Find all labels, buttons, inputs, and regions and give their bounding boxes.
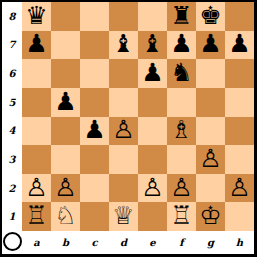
square-d8[interactable]	[109, 2, 138, 31]
piece-white-pawn: ♙	[199, 146, 221, 171]
square-f1[interactable]: ♖	[167, 202, 196, 231]
file-label-e: e	[138, 231, 167, 254]
square-d6[interactable]	[109, 59, 138, 88]
square-h5[interactable]	[225, 88, 254, 117]
piece-black-pawn: ♟	[170, 31, 192, 56]
file-labels: abcdefgh	[22, 231, 254, 254]
piece-white-knight: ♘	[54, 203, 76, 228]
square-c6[interactable]	[80, 59, 109, 88]
square-c8[interactable]	[80, 2, 109, 31]
square-c4[interactable]: ♟	[80, 117, 109, 146]
square-g5[interactable]	[196, 88, 225, 117]
square-b2[interactable]: ♙	[51, 174, 80, 203]
square-g6[interactable]	[196, 59, 225, 88]
square-c5[interactable]	[80, 88, 109, 117]
rank-label-7: 7	[2, 31, 22, 60]
rank-label-1: 1	[2, 202, 22, 231]
rank-label-6: 6	[2, 59, 22, 88]
board: ♛♜♚♟♝♝♟♟♟♟♞♟♟♙♗♙♙♙♙♙♙♖♘♕♖♔	[22, 2, 254, 231]
square-b8[interactable]	[51, 2, 80, 31]
file-label-a: a	[22, 231, 51, 254]
square-h6[interactable]	[225, 59, 254, 88]
square-f8[interactable]: ♜	[167, 2, 196, 31]
piece-white-rook: ♖	[170, 203, 192, 228]
file-label-h: h	[225, 231, 254, 254]
square-a6[interactable]	[22, 59, 51, 88]
square-f3[interactable]	[167, 145, 196, 174]
square-h7[interactable]: ♟	[225, 31, 254, 60]
square-e5[interactable]	[138, 88, 167, 117]
square-c1[interactable]	[80, 202, 109, 231]
rank-label-3: 3	[2, 145, 22, 174]
piece-black-pawn: ♟	[228, 31, 250, 56]
file-label-d: d	[109, 231, 138, 254]
square-b7[interactable]	[51, 31, 80, 60]
piece-black-rook: ♜	[170, 3, 192, 28]
square-h4[interactable]	[225, 117, 254, 146]
square-g4[interactable]	[196, 117, 225, 146]
piece-black-knight: ♞	[170, 60, 192, 85]
piece-white-pawn: ♙	[170, 175, 192, 200]
piece-black-king: ♚	[199, 3, 221, 28]
square-b4[interactable]	[51, 117, 80, 146]
white-to-move-indicator	[3, 232, 22, 251]
rank-labels: 87654321	[2, 2, 22, 231]
piece-black-pawn: ♟	[83, 117, 105, 142]
square-f2[interactable]: ♙	[167, 174, 196, 203]
square-a1[interactable]: ♖	[22, 202, 51, 231]
file-label-c: c	[80, 231, 109, 254]
piece-black-pawn: ♟	[199, 31, 221, 56]
square-a8[interactable]: ♛	[22, 2, 51, 31]
piece-black-pawn: ♟	[54, 89, 76, 114]
square-f7[interactable]: ♟	[167, 31, 196, 60]
square-h2[interactable]: ♙	[225, 174, 254, 203]
square-b3[interactable]	[51, 145, 80, 174]
piece-white-king: ♔	[199, 203, 221, 228]
square-g2[interactable]	[196, 174, 225, 203]
square-c7[interactable]	[80, 31, 109, 60]
square-d2[interactable]	[109, 174, 138, 203]
piece-white-pawn: ♙	[54, 175, 76, 200]
piece-white-bishop: ♗	[170, 117, 192, 142]
piece-white-pawn: ♙	[141, 175, 163, 200]
square-h1[interactable]	[225, 202, 254, 231]
square-e8[interactable]	[138, 2, 167, 31]
square-g8[interactable]: ♚	[196, 2, 225, 31]
square-d4[interactable]: ♙	[109, 117, 138, 146]
piece-white-pawn: ♙	[228, 175, 250, 200]
piece-white-queen: ♕	[112, 203, 134, 228]
board-frame: 87654321 ♛♜♚♟♝♝♟♟♟♟♞♟♟♙♗♙♙♙♙♙♙♖♘♕♖♔ abcd…	[0, 0, 257, 257]
square-e1[interactable]	[138, 202, 167, 231]
rank-label-5: 5	[2, 88, 22, 117]
rank-label-4: 4	[2, 117, 22, 146]
square-g1[interactable]: ♔	[196, 202, 225, 231]
square-g3[interactable]: ♙	[196, 145, 225, 174]
file-label-g: g	[196, 231, 225, 254]
file-label-b: b	[51, 231, 80, 254]
square-f4[interactable]: ♗	[167, 117, 196, 146]
square-a7[interactable]: ♟	[22, 31, 51, 60]
square-a3[interactable]	[22, 145, 51, 174]
square-e2[interactable]: ♙	[138, 174, 167, 203]
file-label-f: f	[167, 231, 196, 254]
square-d3[interactable]	[109, 145, 138, 174]
square-a4[interactable]	[22, 117, 51, 146]
square-h3[interactable]	[225, 145, 254, 174]
diagram-background: 87654321 ♛♜♚♟♝♝♟♟♟♟♞♟♟♙♗♙♙♙♙♙♙♖♘♕♖♔ abcd…	[2, 2, 254, 254]
square-d5[interactable]	[109, 88, 138, 117]
square-b1[interactable]: ♘	[51, 202, 80, 231]
piece-white-pawn: ♙	[25, 175, 47, 200]
rank-label-8: 8	[2, 2, 22, 31]
piece-white-rook: ♖	[25, 203, 47, 228]
piece-black-queen: ♛	[25, 3, 47, 28]
square-f6[interactable]: ♞	[167, 59, 196, 88]
piece-black-pawn: ♟	[25, 31, 47, 56]
rank-label-2: 2	[2, 174, 22, 203]
square-e4[interactable]	[138, 117, 167, 146]
square-b6[interactable]	[51, 59, 80, 88]
square-c2[interactable]	[80, 174, 109, 203]
square-g7[interactable]: ♟	[196, 31, 225, 60]
piece-black-bishop: ♝	[141, 31, 163, 56]
square-e7[interactable]: ♝	[138, 31, 167, 60]
piece-white-pawn: ♙	[112, 117, 134, 142]
piece-black-pawn: ♟	[141, 60, 163, 85]
square-f5[interactable]	[167, 88, 196, 117]
square-d7[interactable]: ♝	[109, 31, 138, 60]
square-a2[interactable]: ♙	[22, 174, 51, 203]
square-d1[interactable]: ♕	[109, 202, 138, 231]
square-e6[interactable]: ♟	[138, 59, 167, 88]
piece-black-bishop: ♝	[112, 31, 134, 56]
square-b5[interactable]: ♟	[51, 88, 80, 117]
square-h8[interactable]	[225, 2, 254, 31]
square-e3[interactable]	[138, 145, 167, 174]
square-c3[interactable]	[80, 145, 109, 174]
square-a5[interactable]	[22, 88, 51, 117]
